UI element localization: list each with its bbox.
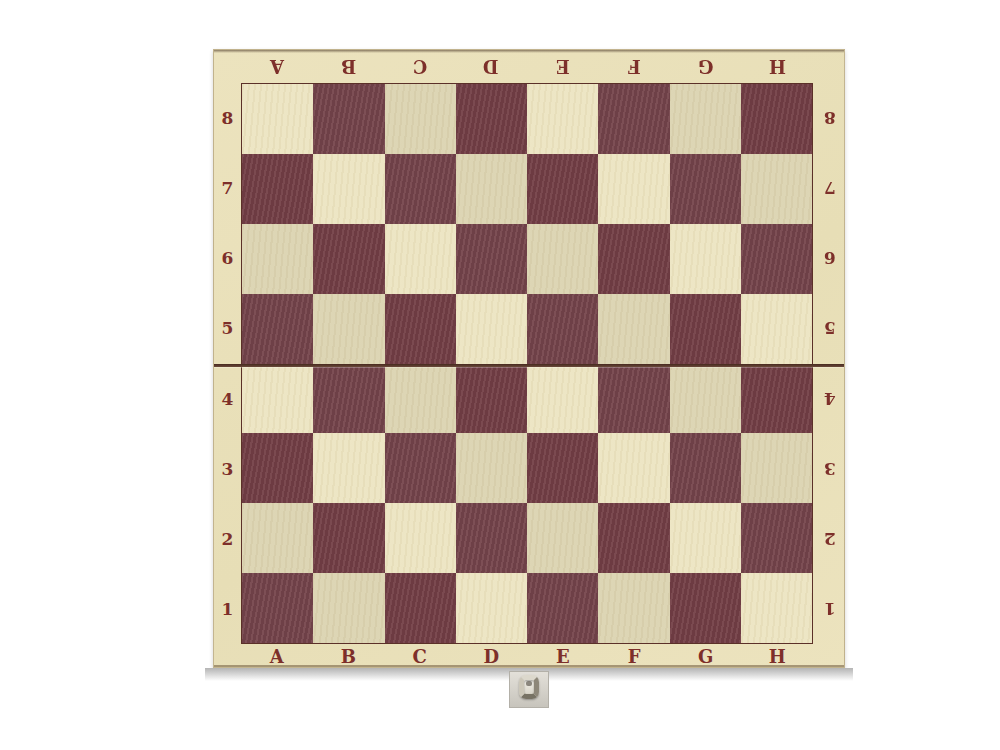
square[interactable] — [670, 573, 741, 643]
file-label-text: C — [413, 56, 427, 77]
file-label-text: D — [483, 646, 499, 667]
file-label: A — [241, 644, 313, 669]
square[interactable] — [242, 503, 313, 573]
rank-label-text: 1 — [222, 599, 234, 619]
square[interactable] — [527, 154, 598, 224]
rank-label-text: 3 — [222, 459, 234, 479]
file-label: E — [527, 644, 599, 669]
square[interactable] — [598, 573, 669, 643]
rank-label: 4 — [813, 364, 846, 434]
square[interactable] — [313, 364, 384, 434]
square[interactable] — [385, 84, 456, 154]
rank-label: 7 — [813, 153, 846, 223]
square[interactable] — [527, 573, 598, 643]
file-label: D — [456, 644, 528, 669]
rank-label: 1 — [214, 574, 241, 644]
file-label-text: C — [413, 646, 427, 667]
square[interactable] — [598, 84, 669, 154]
square[interactable] — [670, 224, 741, 294]
rank-label: 3 — [813, 434, 846, 504]
square[interactable] — [598, 294, 669, 364]
file-label: C — [384, 50, 456, 83]
file-label-text: G — [698, 56, 713, 77]
square[interactable] — [527, 433, 598, 503]
file-label-text: F — [628, 646, 641, 667]
file-label: A — [241, 50, 313, 83]
rank-label-text: 8 — [222, 108, 234, 128]
rank-label-text: 7 — [222, 178, 234, 198]
square[interactable] — [527, 503, 598, 573]
file-label: C — [384, 644, 456, 669]
file-label: F — [599, 50, 671, 83]
file-label: E — [527, 50, 599, 83]
square[interactable] — [385, 294, 456, 364]
product-photo: ABCDEFGH ABCDEFGH 87654321 87654321 — [0, 0, 1000, 750]
square[interactable] — [456, 433, 527, 503]
rank-label: 6 — [813, 223, 846, 293]
file-label-text: B — [341, 56, 356, 77]
square[interactable] — [242, 224, 313, 294]
file-label-text: A — [270, 56, 284, 77]
square[interactable] — [527, 364, 598, 434]
fold-seam — [214, 364, 844, 367]
file-label: G — [670, 644, 742, 669]
rank-label-text: 1 — [824, 599, 836, 619]
square[interactable] — [456, 84, 527, 154]
square[interactable] — [741, 433, 812, 503]
square[interactable] — [670, 433, 741, 503]
square[interactable] — [741, 84, 812, 154]
square[interactable] — [385, 503, 456, 573]
square[interactable] — [741, 224, 812, 294]
file-labels-top: ABCDEFGH — [241, 50, 813, 83]
square[interactable] — [242, 294, 313, 364]
rank-label: 1 — [813, 574, 846, 644]
square[interactable] — [385, 364, 456, 434]
file-label: B — [313, 644, 385, 669]
rank-label: 2 — [214, 504, 241, 574]
square[interactable] — [456, 573, 527, 643]
square[interactable] — [385, 433, 456, 503]
square[interactable] — [598, 364, 669, 434]
file-label: B — [313, 50, 385, 83]
rank-label: 8 — [214, 83, 241, 153]
chess-board: ABCDEFGH ABCDEFGH 87654321 87654321 — [213, 49, 845, 668]
file-label-text: H — [769, 56, 786, 77]
square[interactable] — [670, 364, 741, 434]
square[interactable] — [670, 154, 741, 224]
square[interactable] — [385, 224, 456, 294]
square[interactable] — [242, 433, 313, 503]
file-label-text: E — [556, 646, 570, 667]
rank-label-text: 3 — [824, 459, 836, 479]
square[interactable] — [456, 503, 527, 573]
rank-label: 8 — [813, 83, 846, 153]
square[interactable] — [242, 364, 313, 434]
rank-label-text: 6 — [824, 248, 836, 268]
rank-label: 7 — [214, 153, 241, 223]
square[interactable] — [242, 84, 313, 154]
rank-label: 3 — [214, 434, 241, 504]
rank-label-text: 6 — [222, 248, 234, 268]
square[interactable] — [456, 364, 527, 434]
square[interactable] — [598, 433, 669, 503]
square[interactable] — [527, 224, 598, 294]
file-label: H — [742, 644, 814, 669]
square[interactable] — [456, 294, 527, 364]
rank-label-text: 2 — [222, 529, 234, 549]
rank-label: 6 — [214, 223, 241, 293]
square[interactable] — [670, 294, 741, 364]
rank-label-text: 2 — [824, 529, 836, 549]
square[interactable] — [456, 224, 527, 294]
square[interactable] — [598, 154, 669, 224]
file-labels-bottom: ABCDEFGH — [241, 644, 813, 669]
file-label-text: A — [270, 646, 284, 667]
file-label-text: F — [628, 56, 641, 77]
square[interactable] — [313, 154, 384, 224]
square[interactable] — [598, 224, 669, 294]
file-label-text: D — [483, 56, 499, 77]
file-label-text: B — [341, 646, 356, 667]
rank-label: 2 — [813, 504, 846, 574]
square[interactable] — [741, 154, 812, 224]
square[interactable] — [741, 503, 812, 573]
rank-label-text: 4 — [824, 389, 836, 409]
file-label-text: H — [769, 646, 786, 667]
square[interactable] — [313, 503, 384, 573]
square[interactable] — [385, 573, 456, 643]
square[interactable] — [313, 224, 384, 294]
rank-label: 5 — [813, 293, 846, 363]
square[interactable] — [741, 364, 812, 434]
square[interactable] — [527, 84, 598, 154]
metal-clasp-icon — [509, 671, 549, 708]
square[interactable] — [313, 84, 384, 154]
square[interactable] — [242, 154, 313, 224]
square[interactable] — [670, 84, 741, 154]
file-label: F — [599, 644, 671, 669]
square[interactable] — [385, 154, 456, 224]
square[interactable] — [313, 294, 384, 364]
square[interactable] — [527, 294, 598, 364]
square[interactable] — [313, 573, 384, 643]
square[interactable] — [670, 503, 741, 573]
rank-label-text: 5 — [824, 318, 836, 338]
rank-label: 5 — [214, 293, 241, 363]
file-label: D — [456, 50, 528, 83]
square[interactable] — [456, 154, 527, 224]
rank-label: 4 — [214, 364, 241, 434]
square[interactable] — [741, 573, 812, 643]
square[interactable] — [598, 503, 669, 573]
rank-label-text: 7 — [824, 178, 836, 198]
clasp-ring — [519, 675, 539, 699]
rank-label-text: 8 — [824, 108, 836, 128]
file-label: G — [670, 50, 742, 83]
rank-label-text: 5 — [222, 318, 234, 338]
square[interactable] — [242, 573, 313, 643]
file-label-text: E — [556, 56, 570, 77]
square[interactable] — [741, 294, 812, 364]
rank-label-text: 4 — [222, 389, 234, 409]
file-label-text: G — [698, 646, 713, 667]
file-label: H — [742, 50, 814, 83]
square[interactable] — [313, 433, 384, 503]
